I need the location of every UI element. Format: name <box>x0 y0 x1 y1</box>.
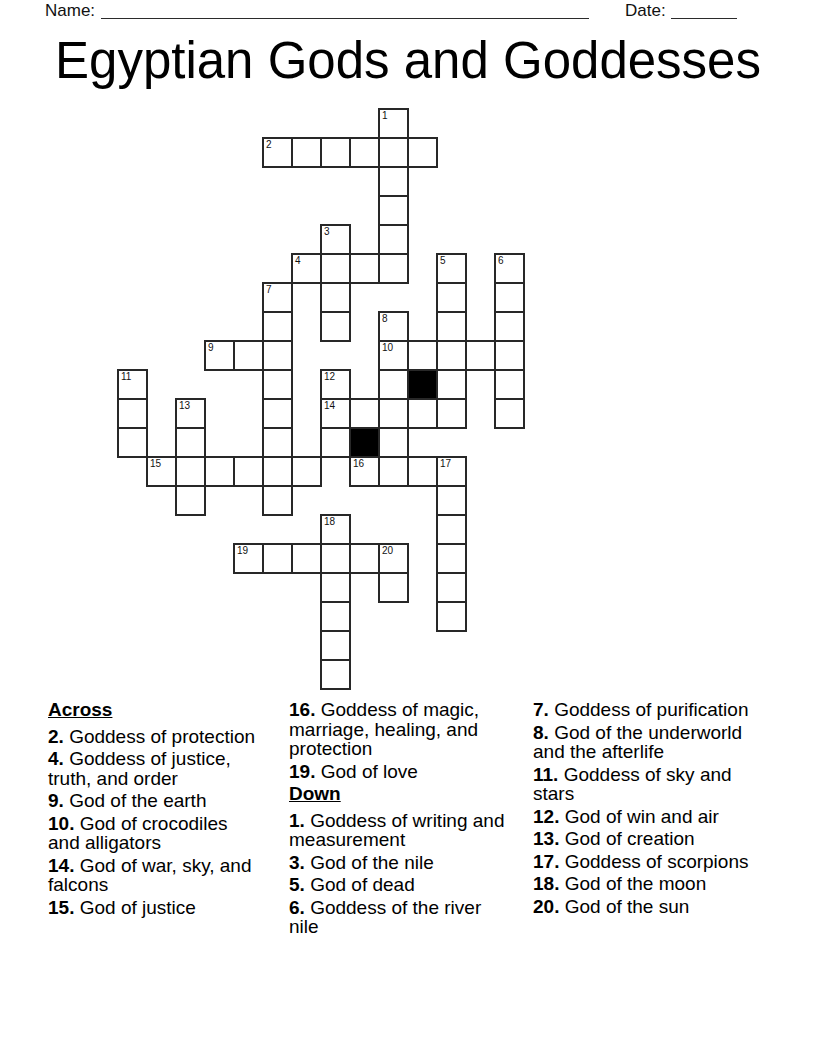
clue-number: 10. <box>48 813 74 834</box>
grid-cell-r5c8[interactable] <box>349 253 380 284</box>
clue-across-4: 4. Goddess of justice, truth, and order <box>48 749 264 788</box>
grid-cell-r11c0[interactable] <box>117 427 148 458</box>
grid-cell-r8c9[interactable]: 10 <box>378 340 409 371</box>
clue-number: 7. <box>533 699 549 720</box>
grid-cell-r6c5[interactable]: 7 <box>262 282 293 313</box>
grid-cell-r10c5[interactable] <box>262 398 293 429</box>
across-header: Across <box>48 700 264 720</box>
clue-down-1: 1. Goddess of writing and measurement <box>289 811 507 850</box>
cell-number-1: 1 <box>382 110 388 121</box>
grid-cell-r12c2[interactable] <box>175 456 206 487</box>
grid-cell-r8c11[interactable] <box>436 340 467 371</box>
crossword-grid: 1234567891011121314151617181920 <box>117 108 527 692</box>
clue-down-13: 13. God of creation <box>533 829 760 849</box>
date-label: Date: <box>625 2 666 20</box>
clue-down-18: 18. God of the moon <box>533 874 760 894</box>
clue-number: 18. <box>533 873 559 894</box>
cell-number-15: 15 <box>150 458 161 469</box>
grid-cell-r12c5[interactable] <box>262 456 293 487</box>
grid-cell-r10c10[interactable] <box>407 398 438 429</box>
grid-cell-r10c2[interactable]: 13 <box>175 398 206 429</box>
cell-number-13: 13 <box>179 400 190 411</box>
cell-number-16: 16 <box>353 458 364 469</box>
clue-across-15: 15. God of justice <box>48 898 264 918</box>
grid-cell-r1c8[interactable] <box>349 137 380 168</box>
blocked-cell-r11c8 <box>349 427 380 458</box>
clue-number: 6. <box>289 897 305 918</box>
grid-cell-r5c13[interactable]: 6 <box>494 253 525 284</box>
grid-cell-r11c2[interactable] <box>175 427 206 458</box>
worksheet-page: Name: Date: Egyptian Gods and Goddesses … <box>0 0 816 1056</box>
clue-number: 19. <box>289 761 315 782</box>
grid-cell-r13c2[interactable] <box>175 485 206 516</box>
grid-cell-r13c5[interactable] <box>262 485 293 516</box>
cell-number-18: 18 <box>324 516 335 527</box>
grid-cell-r10c7[interactable]: 14 <box>320 398 351 429</box>
grid-cell-r7c7[interactable] <box>320 311 351 342</box>
grid-cell-r8c13[interactable] <box>494 340 525 371</box>
clue-across-16: 16. Goddess of magic, marriage, healing,… <box>289 700 507 759</box>
grid-cell-r4c9[interactable] <box>378 224 409 255</box>
grid-cell-r7c5[interactable] <box>262 311 293 342</box>
grid-cell-r1c10[interactable] <box>407 137 438 168</box>
grid-cell-r16c7[interactable] <box>320 572 351 603</box>
grid-cell-r1c7[interactable] <box>320 137 351 168</box>
grid-cell-r6c13[interactable] <box>494 282 525 313</box>
clue-number: 16. <box>289 699 315 720</box>
grid-cell-r19c7[interactable] <box>320 659 351 690</box>
clue-down-17: 17. Goddess of scorpions <box>533 852 760 872</box>
grid-cell-r9c9[interactable] <box>378 369 409 400</box>
grid-cell-r8c10[interactable] <box>407 340 438 371</box>
cell-number-9: 9 <box>208 342 214 353</box>
cell-number-3: 3 <box>324 226 330 237</box>
grid-cell-r9c5[interactable] <box>262 369 293 400</box>
grid-cell-r6c11[interactable] <box>436 282 467 313</box>
date-blank-line[interactable] <box>671 1 737 19</box>
clue-number: 8. <box>533 722 549 743</box>
grid-cell-r8c3[interactable]: 9 <box>204 340 235 371</box>
grid-cell-r7c13[interactable] <box>494 311 525 342</box>
clue-number: 15. <box>48 897 74 918</box>
grid-cell-r5c11[interactable]: 5 <box>436 253 467 284</box>
grid-cell-r12c8[interactable]: 16 <box>349 456 380 487</box>
grid-cell-r11c7[interactable] <box>320 427 351 458</box>
clue-down-5: 5. God of dead <box>289 875 507 895</box>
clue-number: 4. <box>48 748 64 769</box>
grid-cell-r15c6[interactable] <box>291 543 322 574</box>
cell-number-4: 4 <box>295 255 301 266</box>
clue-down-12: 12. God of win and air <box>533 807 760 827</box>
clue-number: 5. <box>289 874 305 895</box>
grid-cell-r9c0[interactable]: 11 <box>117 369 148 400</box>
grid-cell-r1c5[interactable]: 2 <box>262 137 293 168</box>
blocked-cell-r9c10 <box>407 369 438 400</box>
grid-cell-r8c12[interactable] <box>465 340 496 371</box>
clue-number: 9. <box>48 790 64 811</box>
grid-cell-r18c7[interactable] <box>320 630 351 661</box>
clue-across-10: 10. God of crocodiles and alligators <box>48 814 264 853</box>
grid-cell-r3c9[interactable] <box>378 195 409 226</box>
grid-cell-r16c9[interactable] <box>378 572 409 603</box>
cell-number-12: 12 <box>324 371 335 382</box>
clue-number: 3. <box>289 852 305 873</box>
clue-across-19: 19. God of love <box>289 762 507 782</box>
clue-number: 20. <box>533 896 559 917</box>
grid-cell-r10c11[interactable] <box>436 398 467 429</box>
grid-cell-r15c5[interactable] <box>262 543 293 574</box>
grid-cell-r15c8[interactable] <box>349 543 380 574</box>
clue-across-2: 2. Goddess of protection <box>48 727 264 747</box>
grid-cell-r15c9[interactable]: 20 <box>378 543 409 574</box>
grid-cell-r8c4[interactable] <box>233 340 264 371</box>
name-blank-line[interactable] <box>101 1 589 19</box>
cell-number-20: 20 <box>382 545 393 556</box>
clue-number: 2. <box>48 726 64 747</box>
cell-number-7: 7 <box>266 284 272 295</box>
name-label: Name: <box>45 2 95 20</box>
clue-across-9: 9. God of the earth <box>48 791 264 811</box>
grid-cell-r1c6[interactable] <box>291 137 322 168</box>
grid-cell-r6c7[interactable] <box>320 282 351 313</box>
grid-cell-r7c9[interactable]: 8 <box>378 311 409 342</box>
grid-cell-r9c11[interactable] <box>436 369 467 400</box>
grid-cell-r9c13[interactable] <box>494 369 525 400</box>
grid-cell-r16c11[interactable] <box>436 572 467 603</box>
clue-number: 11. <box>533 764 558 785</box>
grid-cell-r10c0[interactable] <box>117 398 148 429</box>
grid-cell-r14c11[interactable] <box>436 514 467 545</box>
grid-cell-r4c7[interactable]: 3 <box>320 224 351 255</box>
grid-cell-r12c3[interactable] <box>204 456 235 487</box>
cell-number-14: 14 <box>324 400 335 411</box>
clue-down-7: 7. Goddess of purification <box>533 700 760 720</box>
cell-number-17: 17 <box>440 458 451 469</box>
clue-down-8: 8. God of the underworld and the afterli… <box>533 723 760 762</box>
grid-cell-r11c9[interactable] <box>378 427 409 458</box>
grid-cell-r12c4[interactable] <box>233 456 264 487</box>
clue-down-20: 20. God of the sun <box>533 897 760 917</box>
grid-cell-r10c9[interactable] <box>378 398 409 429</box>
grid-cell-r14c7[interactable]: 18 <box>320 514 351 545</box>
grid-cell-r17c11[interactable] <box>436 601 467 632</box>
grid-cell-r15c4[interactable]: 19 <box>233 543 264 574</box>
grid-cell-r7c11[interactable] <box>436 311 467 342</box>
clues-column-1: Across2. Goddess of protection4. Goddess… <box>48 700 264 920</box>
cell-number-10: 10 <box>382 342 393 353</box>
cell-number-8: 8 <box>382 313 388 324</box>
grid-cell-r1c9[interactable] <box>378 137 409 168</box>
puzzle-title: Egyptian Gods and Goddesses <box>0 33 816 89</box>
grid-cell-r12c10[interactable] <box>407 456 438 487</box>
clue-down-11: 11. Goddess of sky and stars <box>533 765 760 804</box>
grid-cell-r12c9[interactable] <box>378 456 409 487</box>
clue-number: 12. <box>533 806 559 827</box>
grid-cell-r11c5[interactable] <box>262 427 293 458</box>
clues-column-2: 16. Goddess of magic, marriage, healing,… <box>289 700 507 940</box>
clue-number: 14. <box>48 855 74 876</box>
grid-cell-r5c7[interactable] <box>320 253 351 284</box>
grid-cell-r10c13[interactable] <box>494 398 525 429</box>
grid-cell-r5c6[interactable]: 4 <box>291 253 322 284</box>
cell-number-2: 2 <box>266 139 272 150</box>
cell-number-6: 6 <box>498 255 504 266</box>
clues-column-3: 7. Goddess of purification8. God of the … <box>533 700 760 919</box>
grid-cell-r15c11[interactable] <box>436 543 467 574</box>
grid-cell-r2c9[interactable] <box>378 166 409 197</box>
cell-number-11: 11 <box>121 371 131 382</box>
cell-number-19: 19 <box>237 545 248 556</box>
clue-number: 13. <box>533 828 559 849</box>
grid-cell-r5c9[interactable] <box>378 253 409 284</box>
grid-cell-r0c9[interactable]: 1 <box>378 108 409 139</box>
cell-number-5: 5 <box>440 255 446 266</box>
grid-cell-r9c7[interactable]: 12 <box>320 369 351 400</box>
grid-cell-r13c11[interactable] <box>436 485 467 516</box>
clue-number: 1. <box>289 810 305 831</box>
down-header: Down <box>289 784 507 804</box>
clue-number: 17. <box>533 851 559 872</box>
grid-cell-r10c8[interactable] <box>349 398 380 429</box>
clue-across-14: 14. God of war, sky, and falcons <box>48 856 264 895</box>
grid-cell-r15c7[interactable] <box>320 543 351 574</box>
grid-cell-r8c5[interactable] <box>262 340 293 371</box>
grid-cell-r12c6[interactable] <box>291 456 322 487</box>
grid-cell-r12c11[interactable]: 17 <box>436 456 467 487</box>
clue-down-3: 3. God of the nile <box>289 853 507 873</box>
grid-cell-r12c1[interactable]: 15 <box>146 456 177 487</box>
grid-cell-r17c7[interactable] <box>320 601 351 632</box>
clue-down-6: 6. Goddess of the river nile <box>289 898 507 937</box>
